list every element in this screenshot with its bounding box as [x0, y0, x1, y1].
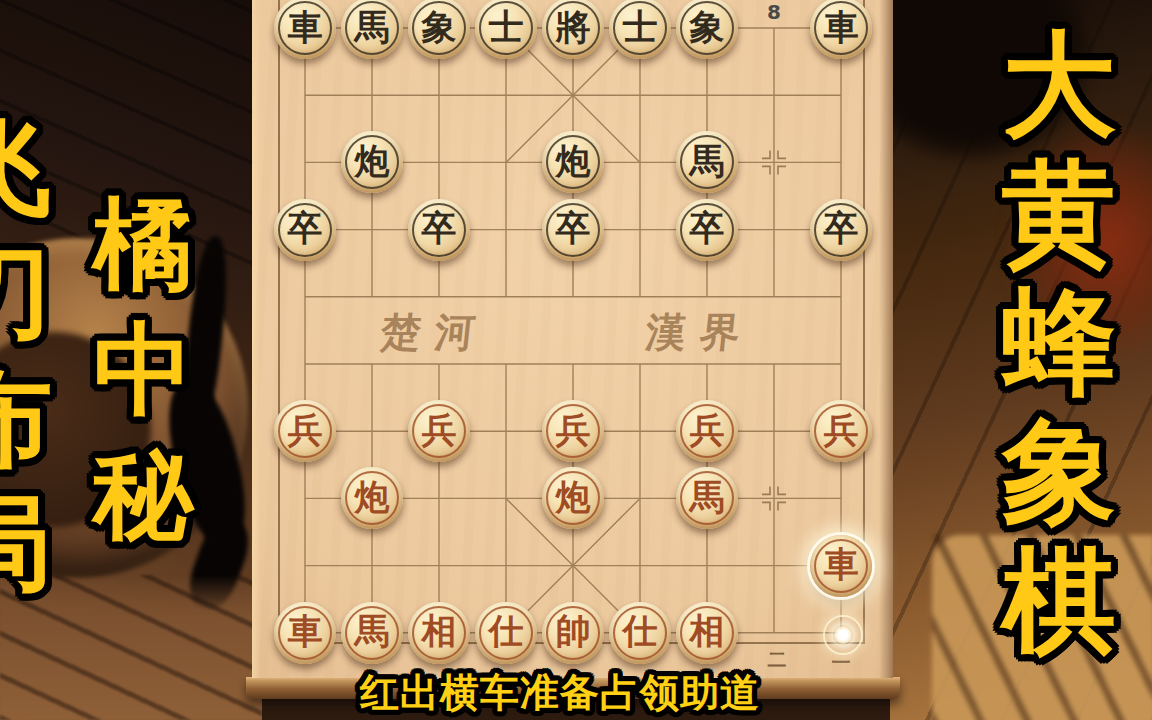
left-inner-title: 橘中秘: [82, 182, 204, 557]
piece-glyph: 兵: [824, 413, 859, 448]
piece-glyph: 相: [690, 614, 725, 649]
piece-black-炮[interactable]: 炮: [542, 131, 604, 193]
piece-red-仕[interactable]: 仕: [475, 602, 537, 664]
title-char: 局: [0, 482, 52, 608]
piece-glyph: 馬: [355, 10, 390, 45]
piece-glyph: 士: [623, 10, 658, 45]
piece-glyph: 卒: [690, 211, 725, 246]
title-char: 黄: [1002, 149, 1116, 278]
title-char: 中: [93, 307, 193, 432]
piece-glyph: 卒: [422, 211, 457, 246]
piece-black-車[interactable]: 車: [810, 0, 872, 59]
right-title: 大黄蜂象棋: [986, 20, 1132, 665]
piece-glyph: 卒: [556, 211, 591, 246]
piece-red-兵[interactable]: 兵: [810, 400, 872, 462]
piece-red-兵[interactable]: 兵: [408, 400, 470, 462]
piece-red-仕[interactable]: 仕: [609, 602, 671, 664]
piece-red-炮[interactable]: 炮: [542, 467, 604, 529]
piece-glyph: 象: [690, 10, 725, 45]
title-char: 象: [1002, 407, 1116, 536]
river-label-left: 楚河: [378, 305, 492, 360]
title-char: 棋: [1002, 536, 1116, 665]
title-char: 大: [1002, 20, 1116, 149]
move-caption: 红出横车准备占领助道: [360, 666, 760, 720]
piece-red-車[interactable]: 車: [810, 535, 872, 597]
piece-glyph: 仕: [623, 614, 658, 649]
piece-glyph: 車: [824, 547, 859, 582]
piece-glyph: 兵: [690, 413, 725, 448]
last-move-origin-marker: [823, 615, 863, 655]
title-char: 蜂: [1002, 278, 1116, 407]
piece-red-馬[interactable]: 馬: [676, 467, 738, 529]
piece-black-士[interactable]: 士: [609, 0, 671, 59]
piece-black-士[interactable]: 士: [475, 0, 537, 59]
piece-glyph: 炮: [556, 480, 591, 515]
file-number-bottom-er: 二: [768, 647, 787, 673]
piece-black-馬[interactable]: 馬: [341, 0, 403, 59]
piece-glyph: 炮: [556, 144, 591, 179]
piece-glyph: 將: [556, 10, 591, 45]
piece-glyph: 馬: [690, 144, 725, 179]
piece-glyph: 兵: [422, 413, 457, 448]
origin-marker-core: [833, 625, 853, 645]
title-char: 秘: [93, 432, 193, 557]
piece-black-卒[interactable]: 卒: [274, 199, 336, 261]
piece-glyph: 卒: [824, 211, 859, 246]
piece-red-車[interactable]: 車: [274, 602, 336, 664]
piece-glyph: 帥: [556, 614, 591, 649]
piece-red-兵[interactable]: 兵: [274, 400, 336, 462]
piece-glyph: 炮: [355, 480, 390, 515]
left-outer-title: 飞刀布局: [0, 104, 60, 608]
piece-red-相[interactable]: 相: [676, 602, 738, 664]
piece-black-卒[interactable]: 卒: [810, 199, 872, 261]
piece-black-車[interactable]: 車: [274, 0, 336, 59]
piece-glyph: 仕: [489, 614, 524, 649]
piece-glyph: 馬: [355, 614, 390, 649]
video-frame: 楚河 漢界 8 二 一 車馬象士將士象車炮炮馬卒卒卒卒卒兵兵兵兵兵炮炮馬車車馬相…: [0, 0, 1152, 720]
piece-black-卒[interactable]: 卒: [676, 199, 738, 261]
piece-glyph: 士: [489, 10, 524, 45]
piece-glyph: 炮: [355, 144, 390, 179]
piece-black-象[interactable]: 象: [676, 0, 738, 59]
piece-black-炮[interactable]: 炮: [341, 131, 403, 193]
piece-red-帥[interactable]: 帥: [542, 602, 604, 664]
piece-black-將[interactable]: 將: [542, 0, 604, 59]
piece-black-卒[interactable]: 卒: [408, 199, 470, 261]
piece-glyph: 車: [288, 614, 323, 649]
piece-red-兵[interactable]: 兵: [542, 400, 604, 462]
title-char: 橘: [93, 182, 193, 307]
piece-red-相[interactable]: 相: [408, 602, 470, 664]
piece-glyph: 相: [422, 614, 457, 649]
file-number-top-8: 8: [767, 0, 781, 24]
piece-glyph: 車: [288, 10, 323, 45]
title-char: 布: [0, 356, 52, 482]
piece-glyph: 兵: [556, 413, 591, 448]
piece-glyph: 兵: [288, 413, 323, 448]
piece-glyph: 卒: [288, 211, 323, 246]
title-char: 飞: [0, 104, 52, 230]
piece-glyph: 車: [824, 10, 859, 45]
piece-red-兵[interactable]: 兵: [676, 400, 738, 462]
piece-glyph: 象: [422, 10, 457, 45]
piece-red-炮[interactable]: 炮: [341, 467, 403, 529]
piece-black-卒[interactable]: 卒: [542, 199, 604, 261]
piece-red-馬[interactable]: 馬: [341, 602, 403, 664]
river-label-right: 漢界: [643, 305, 757, 360]
xiangqi-board[interactable]: 楚河 漢界 8 二 一 車馬象士將士象車炮炮馬卒卒卒卒卒兵兵兵兵兵炮炮馬車車馬相…: [252, 0, 893, 678]
piece-glyph: 馬: [690, 480, 725, 515]
title-char: 刀: [0, 230, 52, 356]
board-grid: [252, 0, 893, 678]
piece-black-象[interactable]: 象: [408, 0, 470, 59]
piece-black-馬[interactable]: 馬: [676, 131, 738, 193]
